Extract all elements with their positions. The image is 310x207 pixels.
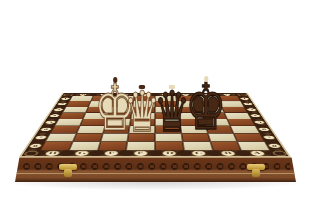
rank-medallion: 8 — [267, 144, 282, 149]
file-label-front-e: E — [125, 150, 155, 156]
light-finial-icon — [204, 76, 208, 82]
ring-icon — [271, 151, 288, 156]
box-front-face — [15, 157, 296, 182]
file-label-front-a: A — [241, 150, 273, 156]
chess-set-photo: HGFEDCBA1122334455667788HGFEDCBA ♚♛♛♚ — [0, 0, 310, 207]
file-medallion: A — [248, 150, 266, 156]
square-h7 — [45, 133, 76, 141]
file-label-front-b: B — [213, 150, 244, 156]
frame-corner-ornament — [270, 150, 288, 156]
rank-medallion: 3 — [246, 108, 258, 111]
file-label-front-d: D — [155, 150, 185, 156]
rank-medallion: 1 — [239, 97, 250, 100]
file-medallion: E — [133, 150, 148, 156]
rank-medallion: 7 — [262, 135, 276, 139]
square-h5 — [55, 119, 83, 126]
file-label-front-h: H — [36, 150, 68, 156]
rank-medallion: 6 — [257, 128, 271, 132]
file-medallion: F — [103, 150, 119, 156]
square-h6 — [50, 126, 80, 133]
black-king: ♚ — [185, 75, 226, 139]
rank-medallion: 4 — [249, 114, 261, 117]
dark-finial-icon — [139, 85, 145, 89]
brass-latch-right — [247, 164, 265, 170]
dark-finial-icon — [113, 77, 117, 83]
rank-medallion: 2 — [242, 103, 253, 106]
file-label-front-c: C — [184, 150, 214, 156]
file-medallion: G — [73, 150, 90, 156]
file-label-front-f: F — [96, 150, 126, 156]
file-medallion: D — [162, 150, 177, 156]
file-medallion: B — [220, 150, 237, 156]
rank-label-right-5: 5 — [251, 119, 268, 126]
file-medallion: H — [44, 150, 62, 156]
brass-latch-left — [59, 164, 77, 170]
file-label-front-g: G — [66, 150, 97, 156]
square-h8 — [40, 141, 73, 150]
light-finial-icon — [169, 85, 175, 89]
rank-medallion: 5 — [253, 121, 266, 125]
file-medallion: C — [191, 150, 207, 156]
